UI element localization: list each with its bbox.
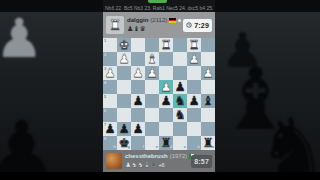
file-label: b bbox=[198, 145, 200, 149]
square-g7[interactable]: ♟ bbox=[117, 122, 131, 136]
square-e6[interactable] bbox=[145, 108, 159, 122]
file-label: e bbox=[156, 145, 158, 149]
black-pawn: ♟ bbox=[118, 122, 129, 136]
square-c1[interactable] bbox=[173, 38, 187, 52]
square-g2[interactable]: ♟ bbox=[117, 52, 131, 66]
opponent-info: dalggin (2112) ♟♝♛ bbox=[127, 17, 183, 33]
square-d2[interactable] bbox=[159, 52, 173, 66]
square-e5[interactable] bbox=[145, 94, 159, 108]
square-c7[interactable] bbox=[173, 122, 187, 136]
rank-label: 2 bbox=[104, 53, 106, 57]
clock-icon bbox=[186, 22, 192, 28]
square-d3[interactable] bbox=[159, 66, 173, 80]
square-b5[interactable]: ♟ bbox=[187, 94, 201, 108]
square-f7[interactable]: ♟ bbox=[131, 122, 145, 136]
square-g4[interactable] bbox=[117, 80, 131, 94]
black-knight: ♞ bbox=[174, 108, 185, 122]
white-pawn: ♟ bbox=[118, 52, 129, 66]
black-knight: ♞ bbox=[174, 94, 185, 108]
square-c3[interactable] bbox=[173, 66, 187, 80]
rank-label: 4 bbox=[104, 81, 106, 85]
move-list-bar: Nb6 22. Bc5 Nb3 23. Rab1 Nec5 24. dxc5 b… bbox=[103, 0, 215, 12]
germany-flag-icon bbox=[169, 18, 176, 23]
player-bar: chessthebrush (1972) ♟♞♞♝♛+6 8:57 bbox=[103, 150, 215, 172]
square-a8[interactable]: a♜ bbox=[201, 136, 215, 150]
white-rook: ♜ bbox=[188, 38, 199, 52]
letterbox-bottom bbox=[0, 172, 320, 180]
black-pawn: ♟ bbox=[132, 122, 143, 136]
square-a6[interactable] bbox=[201, 108, 215, 122]
square-c6[interactable]: ♞ bbox=[173, 108, 187, 122]
white-pawn: ♟ bbox=[202, 66, 213, 80]
square-b8[interactable]: b bbox=[187, 136, 201, 150]
square-h4[interactable]: 4 bbox=[103, 80, 117, 94]
square-e4[interactable] bbox=[145, 80, 159, 94]
white-rook-avatar-icon: ♜ bbox=[109, 17, 122, 33]
move-list[interactable]: Nb6 22. Bc5 Nb3 23. Rab1 Nec5 24. dxc5 b… bbox=[105, 5, 215, 11]
opponent-rating: (2112) bbox=[150, 17, 167, 24]
black-pawn: ♟ bbox=[160, 94, 171, 108]
opponent-avatar[interactable]: ♜ bbox=[106, 16, 124, 34]
player-info: chessthebrush (1972) ♟♞♞♝♛+6 bbox=[125, 153, 191, 169]
opponent-clock: 7:29 bbox=[183, 19, 212, 32]
rank-label: 6 bbox=[104, 109, 106, 113]
square-f6[interactable] bbox=[131, 108, 145, 122]
black-bishop: ♝ bbox=[202, 94, 213, 108]
square-f5[interactable]: ♟ bbox=[131, 94, 145, 108]
square-h2[interactable]: 2 bbox=[103, 52, 117, 66]
square-d1[interactable]: ♜ bbox=[159, 38, 173, 52]
square-b3[interactable] bbox=[187, 66, 201, 80]
square-d5[interactable]: ♟ bbox=[159, 94, 173, 108]
white-pawn: ♟ bbox=[146, 66, 157, 80]
square-a5[interactable]: ♝ bbox=[201, 94, 215, 108]
square-e7[interactable] bbox=[145, 122, 159, 136]
square-d7[interactable] bbox=[159, 122, 173, 136]
opponent-username[interactable]: dalggin bbox=[127, 17, 148, 24]
background-knight-silhouette: ♞ bbox=[258, 108, 320, 172]
file-label: g bbox=[128, 145, 130, 149]
square-h7[interactable]: 7♟ bbox=[103, 122, 117, 136]
opponent-captured-tray: ♟♝♛ bbox=[127, 25, 183, 33]
square-h6[interactable]: 6 bbox=[103, 108, 117, 122]
rank-label: 5 bbox=[104, 95, 106, 99]
square-h1[interactable]: 1 bbox=[103, 38, 117, 52]
white-king: ♚ bbox=[118, 38, 129, 52]
black-pawn: ♟ bbox=[132, 94, 143, 108]
square-a3[interactable]: ♟ bbox=[201, 66, 215, 80]
file-label: f bbox=[143, 145, 144, 149]
player-rating: (1972) bbox=[170, 153, 187, 160]
square-a7[interactable] bbox=[201, 122, 215, 136]
square-d8[interactable]: d♜ bbox=[159, 136, 173, 150]
captured-queen-icon: ♛ bbox=[140, 25, 146, 33]
opponent-player-bar: ♜ dalggin (2112) ♟♝♛ 7:29 bbox=[103, 12, 215, 38]
black-pawn: ♟ bbox=[174, 80, 185, 94]
square-c8[interactable]: c bbox=[173, 136, 187, 150]
square-c4[interactable]: ♟ bbox=[173, 80, 187, 94]
opponent-time: 7:29 bbox=[194, 22, 209, 29]
square-g1[interactable]: ♚ bbox=[117, 38, 131, 52]
square-e2[interactable]: ♝ bbox=[145, 52, 159, 66]
player-avatar[interactable] bbox=[106, 153, 122, 169]
square-c2[interactable] bbox=[173, 52, 187, 66]
square-b6[interactable] bbox=[187, 108, 201, 122]
white-pawn: ♟ bbox=[160, 80, 171, 94]
square-d6[interactable] bbox=[159, 108, 173, 122]
file-label: d bbox=[170, 145, 172, 149]
file-label: a bbox=[212, 145, 214, 149]
white-pawn: ♟ bbox=[132, 66, 143, 80]
black-pawn: ♟ bbox=[188, 94, 199, 108]
opponent-status-dot bbox=[178, 19, 181, 22]
square-d4[interactable]: ♟ bbox=[159, 80, 173, 94]
white-bishop: ♝ bbox=[146, 52, 157, 66]
rank-label: 8 bbox=[104, 137, 106, 141]
captured-queen-icon: ♛ bbox=[150, 161, 156, 169]
background-pawn-silhouette: ♟ bbox=[0, 12, 43, 66]
square-g3[interactable] bbox=[117, 66, 131, 80]
square-h8[interactable]: 8h bbox=[103, 136, 117, 150]
square-h3[interactable]: 3♟ bbox=[103, 66, 117, 80]
square-b7[interactable] bbox=[187, 122, 201, 136]
live-badge bbox=[148, 0, 167, 3]
rank-label: 3 bbox=[104, 67, 106, 71]
player-clock: 8:57 bbox=[191, 155, 212, 168]
square-b4[interactable] bbox=[187, 80, 201, 94]
player-captured-tray: ♟♞♞♝♛+6 bbox=[125, 161, 191, 169]
square-e1[interactable] bbox=[145, 38, 159, 52]
square-g5[interactable] bbox=[117, 94, 131, 108]
square-a1[interactable] bbox=[201, 38, 215, 52]
chess-app-column: Nb6 22. Bc5 Nb3 23. Rab1 Nec5 24. dxc5 b… bbox=[103, 0, 215, 180]
material-advantage: +6 bbox=[158, 162, 164, 168]
square-e3[interactable]: ♟ bbox=[145, 66, 159, 80]
square-f1[interactable] bbox=[131, 38, 145, 52]
square-f2[interactable] bbox=[131, 52, 145, 66]
square-a2[interactable] bbox=[201, 52, 215, 66]
square-f3[interactable]: ♟ bbox=[131, 66, 145, 80]
white-pawn: ♟ bbox=[188, 52, 199, 66]
square-a4[interactable] bbox=[201, 80, 215, 94]
rank-label: 1 bbox=[104, 39, 106, 43]
square-g8[interactable]: g♚ bbox=[117, 136, 131, 150]
player-time: 8:57 bbox=[194, 158, 209, 165]
file-label: h bbox=[114, 145, 116, 149]
file-label: c bbox=[184, 145, 186, 149]
board: 1♚♜♜2♟♝♟3♟♟♟♟4♟♟5♟♟♞♟♝6♞7♟♟♟8hg♚fed♜cba♜ bbox=[103, 38, 215, 150]
player-username[interactable]: chessthebrush bbox=[125, 153, 168, 160]
rank-label: 7 bbox=[104, 123, 106, 127]
background-pawn-silhouette: ♟ bbox=[0, 110, 59, 172]
square-e8[interactable]: e bbox=[145, 136, 159, 150]
white-rook: ♜ bbox=[160, 38, 171, 52]
square-g6[interactable] bbox=[117, 108, 131, 122]
square-f8[interactable]: f bbox=[131, 136, 145, 150]
square-f4[interactable] bbox=[131, 80, 145, 94]
square-c5[interactable]: ♞ bbox=[173, 94, 187, 108]
square-h5[interactable]: 5 bbox=[103, 94, 117, 108]
square-b2[interactable]: ♟ bbox=[187, 52, 201, 66]
square-b1[interactable]: ♜ bbox=[187, 38, 201, 52]
